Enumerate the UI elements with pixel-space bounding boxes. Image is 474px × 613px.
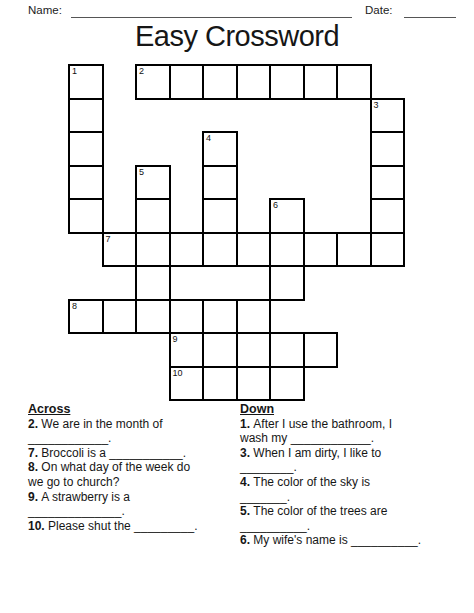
clue-across-7: 7. Broccoli is a ___________. [28,446,240,461]
cell-r6c7[interactable] [269,232,305,268]
down-clues-section: Down 1. After I use the bathroom, Iwash … [240,402,472,548]
clue-number: 2. [28,417,41,431]
cell-r6c4[interactable] [169,232,205,268]
cell-number-7: 7 [106,234,111,244]
cell-r1c9[interactable] [336,64,372,100]
cell-r6c6[interactable] [236,232,272,268]
cell-r1c5[interactable] [202,64,238,100]
down-clue-list: 1. After I use the bathroom, Iwash my __… [240,417,472,548]
cell-r8c4[interactable] [169,299,205,335]
cell-r6c9[interactable] [336,232,372,268]
clue-across-8: 8. On what day of the week dowe go to ch… [28,460,240,489]
date-fill-line[interactable] [404,17,456,18]
name-fill-line[interactable] [71,17,352,18]
cell-r7c7[interactable] [269,265,305,301]
clue-number: 8. [28,460,41,474]
cell-r4c1[interactable] [68,165,104,201]
cell-number-8: 8 [72,301,77,311]
cell-r1c6[interactable] [236,64,272,100]
cell-number-4: 4 [206,133,211,143]
worksheet-page: Name: Date: Easy Crossword 12345678910 A… [0,0,474,613]
clue-number: 1. [240,417,253,431]
cell-r10c6[interactable] [236,366,272,402]
cell-r6c3[interactable] [135,232,171,268]
cell-r1c3[interactable]: 2 [135,64,171,100]
clue-number: 9. [28,490,41,504]
clue-number: 4. [240,475,253,489]
cell-number-2: 2 [139,66,144,76]
cell-r4c3[interactable]: 5 [135,165,171,201]
clue-number: 3. [240,446,253,460]
cell-r2c10[interactable]: 3 [370,98,406,134]
cell-number-3: 3 [374,100,379,110]
crossword-grid: 12345678910 [68,64,406,401]
down-heading: Down [240,402,472,417]
cell-r9c7[interactable] [269,332,305,368]
clue-down-3: 3. When I am dirty, I like to________. [240,446,472,475]
cell-r3c1[interactable] [68,131,104,167]
cell-r9c8[interactable] [303,332,339,368]
cell-r4c5[interactable] [202,165,238,201]
clue-number: 5. [240,504,253,518]
cell-r9c4[interactable]: 9 [169,332,205,368]
across-heading: Across [28,402,240,417]
page-title: Easy Crossword [0,20,474,53]
clue-number: 7. [28,446,41,460]
cell-r1c4[interactable] [169,64,205,100]
cell-r6c10[interactable] [370,232,406,268]
cell-r5c7[interactable]: 6 [269,198,305,234]
cell-number-5: 5 [139,167,144,177]
clue-down-4: 4. The color of the sky is_______. [240,475,472,504]
cell-r5c3[interactable] [135,198,171,234]
cell-r6c2[interactable]: 7 [102,232,138,268]
cell-r3c5[interactable]: 4 [202,131,238,167]
cell-r4c10[interactable] [370,165,406,201]
clue-across-10: 10. Please shut the _________. [28,519,240,534]
cell-r5c10[interactable] [370,198,406,234]
cell-number-9: 9 [173,334,178,344]
cell-r2c1[interactable] [68,98,104,134]
cell-r1c8[interactable] [303,64,339,100]
cell-r1c7[interactable] [269,64,305,100]
clue-across-2: 2. We are in the month of____________. [28,417,240,446]
cell-r1c1[interactable]: 1 [68,64,104,100]
cell-r3c10[interactable] [370,131,406,167]
cell-r8c6[interactable] [236,299,272,335]
cell-r10c5[interactable] [202,366,238,402]
clue-number: 10. [28,519,48,533]
clue-number: 6. [240,533,253,547]
cell-r9c5[interactable] [202,332,238,368]
date-label: Date: [365,4,393,16]
clue-down-6: 6. My wife's name is __________. [240,533,472,548]
across-clue-list: 2. We are in the month of____________.7.… [28,417,240,534]
clue-down-5: 5. The color of the trees are__________. [240,504,472,533]
cell-r8c2[interactable] [102,299,138,335]
cell-r5c1[interactable] [68,198,104,234]
name-label: Name: [28,4,62,16]
across-clues-section: Across 2. We are in the month of________… [28,402,240,533]
cell-r10c7[interactable] [269,366,305,402]
cell-r9c6[interactable] [236,332,272,368]
clue-down-1: 1. After I use the bathroom, Iwash my __… [240,417,472,446]
clue-across-9: 9. A strawberry is a______________. [28,490,240,519]
cell-r10c4[interactable]: 10 [169,366,205,402]
cell-number-10: 10 [173,368,183,378]
cell-r6c5[interactable] [202,232,238,268]
cell-r6c8[interactable] [303,232,339,268]
cell-r7c3[interactable] [135,265,171,301]
cell-r5c5[interactable] [202,198,238,234]
cell-r8c5[interactable] [202,299,238,335]
cell-number-1: 1 [72,66,77,76]
cell-r8c3[interactable] [135,299,171,335]
cell-r8c1[interactable]: 8 [68,299,104,335]
cell-number-6: 6 [273,200,278,210]
